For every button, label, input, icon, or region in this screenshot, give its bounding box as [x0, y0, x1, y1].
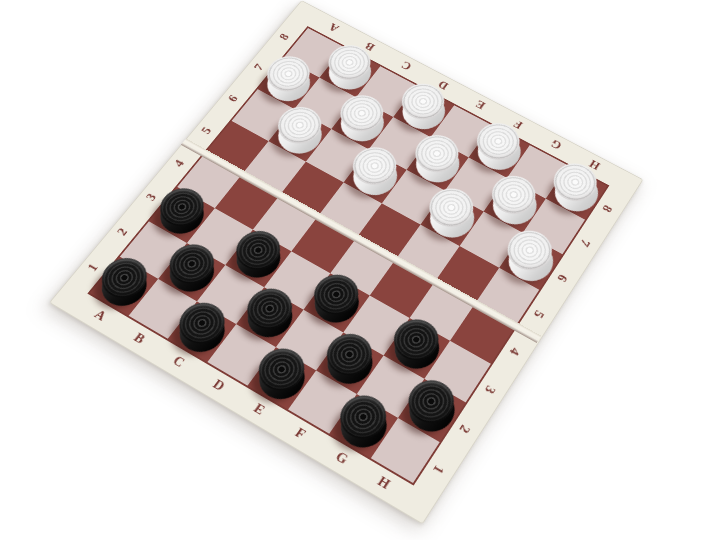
board-grid	[90, 28, 607, 483]
photo-background: { "game": "checkers (draughts), 8x8 boar…	[0, 0, 720, 540]
checkers-board: 88AA77BB66CC55DD44EE33FF22GG11HH	[90, 28, 607, 483]
